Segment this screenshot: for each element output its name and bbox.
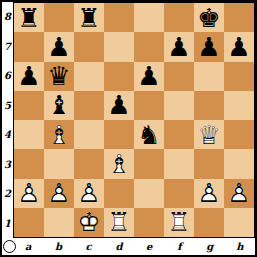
white-pawn-icon[interactable]: ♙ xyxy=(194,179,224,208)
square-h7[interactable]: ♟ xyxy=(224,32,254,61)
white-king-icon[interactable]: ♔ xyxy=(74,208,104,237)
square-h1[interactable] xyxy=(224,208,254,237)
square-b1[interactable] xyxy=(44,208,74,237)
square-f5[interactable] xyxy=(164,91,194,120)
file-label-b: b xyxy=(43,241,73,252)
white-bishop-icon[interactable]: ♗ xyxy=(44,120,74,149)
black-pawn-icon[interactable]: ♟ xyxy=(194,32,224,61)
black-pawn-icon[interactable]: ♟ xyxy=(104,91,134,120)
white-queen-icon[interactable]: ♕ xyxy=(194,120,224,149)
square-f1[interactable]: ♜♖ xyxy=(164,208,194,237)
square-b7[interactable]: ♟ xyxy=(44,32,74,61)
square-f7[interactable]: ♟ xyxy=(164,32,194,61)
square-f2[interactable] xyxy=(164,179,194,208)
square-g6[interactable] xyxy=(194,62,224,91)
square-b5[interactable]: ♝ xyxy=(44,91,74,120)
chess-diagram: 87654321 ♜♜♚♟♟♟♟♟♛♟♝♟♝♗♞♛♕♝♗♟♙♟♙♟♙♟♙♟♙♚♔… xyxy=(0,0,257,257)
square-h2[interactable]: ♟♙ xyxy=(224,179,254,208)
square-e3[interactable] xyxy=(134,149,164,178)
black-king-icon[interactable]: ♚ xyxy=(194,3,224,32)
square-f4[interactable] xyxy=(164,120,194,149)
square-b4[interactable]: ♝♗ xyxy=(44,120,74,149)
file-label-c: c xyxy=(74,241,104,252)
file-label-e: e xyxy=(134,241,164,252)
file-label-d: d xyxy=(104,241,134,252)
square-e4[interactable]: ♞ xyxy=(134,120,164,149)
square-e1[interactable] xyxy=(134,208,164,237)
rank-label-4: 4 xyxy=(2,120,13,150)
square-b3[interactable] xyxy=(44,149,74,178)
square-h4[interactable] xyxy=(224,120,254,149)
black-pawn-icon[interactable]: ♟ xyxy=(14,62,44,91)
black-pawn-icon[interactable]: ♟ xyxy=(164,32,194,61)
square-a6[interactable]: ♟ xyxy=(14,62,44,91)
black-queen-icon[interactable]: ♛ xyxy=(44,62,74,91)
square-c1[interactable]: ♚♔ xyxy=(74,208,104,237)
square-g2[interactable]: ♟♙ xyxy=(194,179,224,208)
square-a8[interactable]: ♜ xyxy=(14,3,44,32)
square-e2[interactable] xyxy=(134,179,164,208)
square-a4[interactable] xyxy=(14,120,44,149)
black-rook-icon[interactable]: ♜ xyxy=(14,3,44,32)
square-c8[interactable]: ♜ xyxy=(74,3,104,32)
white-rook-icon[interactable]: ♖ xyxy=(104,208,134,237)
square-e7[interactable] xyxy=(134,32,164,61)
square-g5[interactable] xyxy=(194,91,224,120)
rank-label-7: 7 xyxy=(2,32,13,62)
square-c7[interactable] xyxy=(74,32,104,61)
white-pawn-icon[interactable]: ♙ xyxy=(14,179,44,208)
white-pawn-icon[interactable]: ♙ xyxy=(224,179,254,208)
square-g4[interactable]: ♛♕ xyxy=(194,120,224,149)
square-c4[interactable] xyxy=(74,120,104,149)
white-pawn-icon[interactable]: ♙ xyxy=(44,179,74,208)
white-rook-icon[interactable]: ♖ xyxy=(164,208,194,237)
square-b6[interactable]: ♛ xyxy=(44,62,74,91)
square-a5[interactable] xyxy=(14,91,44,120)
square-c6[interactable] xyxy=(74,62,104,91)
square-d4[interactable] xyxy=(104,120,134,149)
square-e5[interactable] xyxy=(134,91,164,120)
square-g3[interactable] xyxy=(194,149,224,178)
white-pawn-icon[interactable]: ♙ xyxy=(74,179,104,208)
square-f3[interactable] xyxy=(164,149,194,178)
square-h5[interactable] xyxy=(224,91,254,120)
file-label-f: f xyxy=(164,241,194,252)
square-d6[interactable] xyxy=(104,62,134,91)
square-d7[interactable] xyxy=(104,32,134,61)
rank-label-1: 1 xyxy=(2,209,13,239)
square-h3[interactable] xyxy=(224,149,254,178)
board: ♜♜♚♟♟♟♟♟♛♟♝♟♝♗♞♛♕♝♗♟♙♟♙♟♙♟♙♟♙♚♔♜♖♜♖ xyxy=(13,2,255,238)
square-b8[interactable] xyxy=(44,3,74,32)
square-a1[interactable] xyxy=(14,208,44,237)
file-label-g: g xyxy=(195,241,225,252)
white-bishop-icon[interactable]: ♗ xyxy=(104,149,134,178)
square-a7[interactable] xyxy=(14,32,44,61)
square-e8[interactable] xyxy=(134,3,164,32)
rank-label-2: 2 xyxy=(2,179,13,209)
square-f6[interactable] xyxy=(164,62,194,91)
black-bishop-icon[interactable]: ♝ xyxy=(44,91,74,120)
rank-label-5: 5 xyxy=(2,91,13,121)
square-g7[interactable]: ♟ xyxy=(194,32,224,61)
square-a3[interactable] xyxy=(14,149,44,178)
square-g8[interactable]: ♚ xyxy=(194,3,224,32)
rank-label-6: 6 xyxy=(2,61,13,91)
file-label-h: h xyxy=(225,241,255,252)
bottom-row: abcdefgh xyxy=(2,238,255,255)
black-pawn-icon[interactable]: ♟ xyxy=(134,62,164,91)
square-d8[interactable] xyxy=(104,3,134,32)
square-d1[interactable]: ♜♖ xyxy=(104,208,134,237)
square-a2[interactable]: ♟♙ xyxy=(14,179,44,208)
rank-label-8: 8 xyxy=(2,2,13,32)
square-h8[interactable] xyxy=(224,3,254,32)
square-d2[interactable] xyxy=(104,179,134,208)
square-c5[interactable] xyxy=(74,91,104,120)
rank-labels: 87654321 xyxy=(2,2,13,238)
square-c2[interactable]: ♟♙ xyxy=(74,179,104,208)
square-h6[interactable] xyxy=(224,62,254,91)
square-d5[interactable]: ♟ xyxy=(104,91,134,120)
black-pawn-icon[interactable]: ♟ xyxy=(224,32,254,61)
square-f8[interactable] xyxy=(164,3,194,32)
square-g1[interactable] xyxy=(194,208,224,237)
square-b2[interactable]: ♟♙ xyxy=(44,179,74,208)
square-e6[interactable]: ♟ xyxy=(134,62,164,91)
square-d3[interactable]: ♝♗ xyxy=(104,149,134,178)
black-pawn-icon[interactable]: ♟ xyxy=(44,32,74,61)
file-label-a: a xyxy=(13,241,43,252)
rank-label-3: 3 xyxy=(2,150,13,180)
square-c3[interactable] xyxy=(74,149,104,178)
black-rook-icon[interactable]: ♜ xyxy=(74,3,104,32)
black-knight-icon[interactable]: ♞ xyxy=(134,120,164,149)
